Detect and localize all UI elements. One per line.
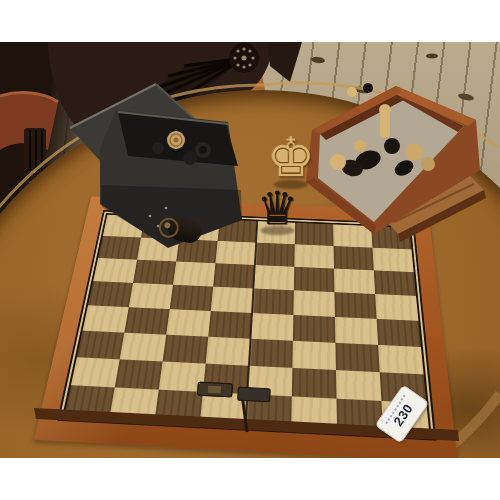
- square-d5: [211, 287, 254, 313]
- square-b5: [129, 283, 173, 309]
- square-c6: [173, 261, 215, 286]
- square-e5: [252, 288, 294, 315]
- square-d8: [218, 220, 258, 243]
- square-a1: [65, 385, 115, 417]
- piece-black-queen: ♛: [256, 185, 297, 231]
- square-b1: [110, 387, 159, 419]
- square-e1: [246, 394, 292, 426]
- square-a6: [93, 258, 137, 283]
- square-h6: [374, 270, 416, 296]
- square-d1: [200, 392, 247, 424]
- square-h5: [375, 294, 418, 321]
- square-c2: [159, 361, 206, 391]
- square-a5: [88, 281, 133, 307]
- square-a3: [77, 331, 124, 360]
- square-h7: [372, 248, 413, 272]
- square-f3: [292, 341, 336, 370]
- square-b6: [133, 260, 176, 285]
- square-g4: [335, 317, 378, 345]
- board-field: [65, 215, 430, 434]
- square-f7: [294, 244, 334, 268]
- square-a7: [98, 236, 141, 260]
- square-b2: [115, 359, 163, 389]
- piece-white-king: ♚: [267, 131, 315, 185]
- square-a2: [71, 357, 120, 387]
- piece-shadow: [260, 226, 294, 235]
- square-a8: [103, 215, 145, 238]
- square-c1: [155, 390, 203, 422]
- square-d2: [203, 364, 249, 395]
- square-a4: [83, 305, 129, 332]
- square-d3: [206, 337, 251, 366]
- square-e2: [247, 366, 292, 397]
- square-h8: [371, 226, 411, 249]
- square-c3: [163, 335, 209, 364]
- square-g2: [336, 370, 381, 401]
- photo-frame: ♚♛: [0, 0, 500, 500]
- square-g7: [334, 246, 374, 270]
- photo-area: ♚♛: [0, 42, 500, 458]
- tag-number: 230: [390, 401, 416, 429]
- square-h3: [378, 345, 424, 374]
- square-d6: [213, 263, 255, 288]
- square-g8: [333, 224, 372, 247]
- square-d7: [215, 241, 256, 265]
- square-e4: [250, 313, 293, 341]
- square-b3: [120, 333, 167, 362]
- square-c5: [170, 285, 213, 311]
- square-d4: [208, 311, 252, 339]
- square-e6: [253, 265, 294, 290]
- square-e7: [255, 243, 295, 267]
- square-g3: [335, 343, 379, 372]
- square-f2: [292, 368, 337, 399]
- square-g6: [334, 269, 375, 294]
- square-e3: [249, 339, 293, 368]
- square-g5: [334, 292, 376, 319]
- square-f1: [291, 396, 337, 428]
- square-c4: [166, 309, 211, 337]
- square-f5: [293, 290, 335, 317]
- square-f8: [295, 223, 334, 246]
- square-h4: [377, 319, 421, 347]
- square-f4: [293, 315, 336, 343]
- square-b4: [124, 307, 169, 334]
- square-f6: [294, 267, 335, 292]
